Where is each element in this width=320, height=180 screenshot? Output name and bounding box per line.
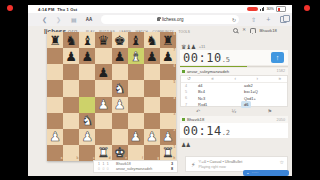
square-b7[interactable]: ♟: [63, 48, 79, 64]
recording-dot-right: [304, 5, 310, 11]
square-c7[interactable]: ♟: [79, 48, 95, 64]
rank-label-1: 1: [174, 146, 176, 149]
rank-label-5: 5: [174, 81, 176, 84]
piece-black-bishop[interactable]: ♝: [130, 34, 142, 47]
banner-text: ·····: [252, 171, 259, 175]
rank-label-2: 2: [174, 129, 176, 132]
square-d4[interactable]: ♟: [95, 97, 111, 113]
move-number: 5: [181, 90, 191, 94]
piece-white-knight[interactable]: ♞: [81, 114, 93, 127]
move-list-card: ↺«‹›» 4d4axb25Bc4bxc1=Q6Nc3Qxd1+7Rxd1d6: [180, 75, 288, 107]
sidebar-icon[interactable]: ▤: [71, 17, 77, 23]
square-h4[interactable]: 4: [160, 97, 176, 113]
square-h2[interactable]: ♟2: [160, 129, 176, 145]
reload-icon[interactable]: ↻: [232, 17, 236, 23]
square-h8[interactable]: ♜8: [160, 32, 176, 48]
material-advantage: +11: [199, 44, 206, 49]
notification-banner[interactable]: ⌄ ·····: [243, 170, 289, 176]
challenges-icon[interactable]: ✕: [242, 28, 246, 33]
rank-label-3: 3: [174, 113, 176, 116]
black-move[interactable]: Qxd1+: [241, 95, 259, 101]
takeback-icon[interactable]: ↶: [196, 109, 200, 114]
square-a4[interactable]: [47, 97, 63, 113]
square-e2[interactable]: [112, 129, 128, 145]
black-move[interactable]: d6: [241, 101, 251, 107]
battery-percent: 30%: [266, 7, 274, 11]
square-b1[interactable]: b: [63, 145, 79, 161]
result-cell: 1: [98, 162, 100, 166]
nav-item-tools[interactable]: TOOLS: [178, 30, 190, 34]
status-time: 4:14 PM: [38, 7, 55, 12]
piece-black-bishop[interactable]: ♝: [81, 34, 93, 47]
game-info-line2: Playing right now: [199, 165, 243, 169]
online-dot: [182, 70, 185, 73]
white-move[interactable]: Nc3: [195, 95, 208, 101]
result-cell: 0: [107, 167, 109, 171]
square-e3[interactable]: [112, 113, 128, 129]
player-clock: 00:14 2: [180, 123, 288, 138]
file-label-a: a: [61, 157, 63, 160]
square-h1[interactable]: ♜1h: [160, 145, 176, 161]
flip-icon[interactable]: ↺: [187, 77, 191, 82]
square-b6[interactable]: [63, 64, 79, 80]
piece-black-knight[interactable]: ♞: [65, 34, 77, 47]
piece-white-pawn[interactable]: ♟: [130, 130, 142, 143]
tabs-icon[interactable]: [280, 16, 287, 23]
square-d3[interactable]: [95, 113, 111, 129]
piece-white-pawn[interactable]: ♟: [98, 98, 110, 111]
square-f4[interactable]: [128, 97, 144, 113]
square-b2[interactable]: [63, 129, 79, 145]
square-e1[interactable]: ♚e: [112, 145, 128, 161]
player-clock-tenths: 2: [222, 129, 230, 137]
result-cell: 0: [98, 167, 100, 171]
first-move-icon[interactable]: «: [211, 77, 214, 82]
square-d6[interactable]: ♟: [95, 64, 111, 80]
player-name[interactable]: Bhavik18: [187, 117, 204, 122]
square-g8[interactable]: ♞: [144, 32, 160, 48]
move-row-7: 7Rxd1d6: [181, 101, 287, 107]
square-d8[interactable]: ♛: [95, 32, 111, 48]
move-row-6: 6Nc3Qxd1+: [181, 95, 287, 101]
square-e8[interactable]: ♚: [112, 32, 128, 48]
player-row: Bhavik18 2050: [180, 116, 288, 123]
chess-board[interactable]: ♜♞♝♛♚♝♞♜8♟♟♟♝♟♟7♟6♞5♟♟4♞3♟♟♟♟♟2abc♜d♚efg…: [47, 32, 176, 161]
piece-black-king[interactable]: ♚: [114, 34, 126, 47]
screen-recording-indicator[interactable]: [247, 7, 258, 12]
square-c3[interactable]: ♞: [79, 113, 95, 129]
square-d5[interactable]: [95, 80, 111, 96]
square-f1[interactable]: f: [128, 145, 144, 161]
square-b3[interactable]: [63, 113, 79, 129]
crosstable-score: 3: [171, 162, 173, 166]
square-a6[interactable]: [47, 64, 63, 80]
square-c6[interactable]: [79, 64, 95, 80]
crosstable-results: 111: [98, 162, 116, 166]
square-a5[interactable]: [47, 80, 63, 96]
square-g1[interactable]: g: [144, 145, 160, 161]
piece-black-queen[interactable]: ♛: [98, 34, 110, 47]
square-h5[interactable]: 5: [160, 80, 176, 96]
square-h7[interactable]: ♟7: [160, 48, 176, 64]
square-f5[interactable]: [128, 80, 144, 96]
clock-settings-button[interactable]: ↑: [271, 52, 284, 63]
rank-label-4: 4: [174, 97, 176, 100]
player-clock-main: 00:14: [183, 124, 222, 138]
opponent-name[interactable]: anvar_suleymanzadeh: [187, 69, 229, 74]
square-e7[interactable]: ♟: [112, 48, 128, 64]
square-f7[interactable]: ♝: [128, 48, 144, 64]
move-number: 7: [181, 103, 191, 107]
square-b5[interactable]: [63, 80, 79, 96]
crosstable-player-name[interactable]: anvar_suleymanzadeh: [116, 167, 152, 171]
forward-icon[interactable]: ❯: [56, 17, 61, 23]
piece-white-pawn[interactable]: ♟: [49, 130, 61, 143]
notifications-bell-icon[interactable]: [250, 28, 256, 32]
square-b8[interactable]: ♞: [63, 32, 79, 48]
square-g3[interactable]: [144, 113, 160, 129]
move-row-5: 5Bc4bxc1=Q: [181, 89, 287, 95]
piece-black-pawn[interactable]: ♟: [162, 50, 174, 63]
square-f8[interactable]: ♝: [128, 32, 144, 48]
rank-label-6: 6: [174, 65, 176, 68]
square-g5[interactable]: [144, 80, 160, 96]
piece-white-pawn[interactable]: ♟: [81, 130, 93, 143]
square-c1[interactable]: c: [79, 145, 95, 161]
player-rating: 2050: [277, 118, 285, 122]
square-b4[interactable]: [63, 97, 79, 113]
back-icon[interactable]: ❮: [42, 17, 47, 23]
up-arrow-icon: ↑: [276, 54, 280, 61]
move-row-4: 4d4axb2: [181, 83, 287, 89]
chevron-down-icon: ⌄: [246, 171, 250, 176]
opponent-clock-main: 00:10: [183, 51, 222, 65]
square-f3[interactable]: [128, 113, 144, 129]
piece-black-pawn[interactable]: ♟: [81, 50, 93, 63]
prev-move-icon[interactable]: ‹: [234, 77, 236, 82]
ios-status-bar: 4:14 PM Thu 1 Oct 30%: [28, 5, 292, 13]
opponent-row: anvar_suleymanzadeh 1582: [180, 68, 288, 75]
rank-label-8: 8: [174, 33, 176, 36]
opponent-rating: 1582: [277, 69, 285, 73]
square-a1[interactable]: a: [47, 145, 63, 161]
address-text: lichess.org: [162, 17, 184, 22]
result-cell: 1: [107, 162, 109, 166]
piece-black-pawn[interactable]: ♟: [98, 66, 110, 79]
white-move[interactable]: d4: [195, 83, 205, 89]
piece-black-knight[interactable]: ♞: [146, 34, 158, 47]
screen: 4:14 PM Thu 1 Oct 30% ❮ ❯ ▤ AA lichess.o…: [0, 0, 320, 180]
reader-aa-button[interactable]: AA: [86, 17, 93, 22]
square-d2[interactable]: [95, 129, 111, 145]
square-f2[interactable]: ♟: [128, 129, 144, 145]
black-move[interactable]: bxc1=Q: [241, 89, 261, 95]
piece-white-rook[interactable]: ♜: [98, 146, 110, 159]
piece-black-pawn[interactable]: ♟: [65, 50, 77, 63]
address-bar[interactable]: lichess.org ↻: [101, 15, 239, 24]
safari-toolbar: ❮ ❯ ▤ AA lichess.org ↻ ⇧ +: [28, 13, 292, 27]
piece-white-pawn[interactable]: ♟: [146, 130, 158, 143]
piece-black-rook[interactable]: ♜: [162, 34, 174, 47]
square-g7[interactable]: ♟: [144, 48, 160, 64]
lock-icon: [157, 18, 160, 20]
square-c4[interactable]: [79, 97, 95, 113]
move-number: 4: [181, 84, 191, 88]
online-dot: [182, 118, 185, 121]
square-e5[interactable]: ♞: [112, 80, 128, 96]
piece-white-rook[interactable]: ♜: [162, 146, 174, 159]
piece-black-pawn[interactable]: ♟: [146, 50, 158, 63]
square-a3[interactable]: [47, 113, 63, 129]
crosstable-row[interactable]: 000anvar_suleymanzadeh8: [94, 167, 177, 172]
signal-icon: [260, 7, 264, 11]
status-date: Thu 1 Oct: [57, 7, 77, 12]
result-cell: 0: [102, 167, 104, 171]
status-time-date: 4:14 PM Thu 1 Oct: [38, 7, 77, 12]
crosstable-results: 000: [98, 167, 116, 171]
battery-icon: [276, 6, 286, 12]
square-a2[interactable]: ♟: [47, 129, 63, 145]
square-a8[interactable]: ♜: [47, 32, 63, 48]
crosstable-score: 8: [171, 167, 173, 171]
file-label-b: b: [77, 157, 79, 160]
piece-black-rook[interactable]: ♜: [49, 34, 61, 47]
piece-white-king[interactable]: ♚: [114, 146, 126, 159]
ultrabullet-bolt-icon: ⚡: [191, 161, 196, 171]
piece-white-bishop[interactable]: ♝: [130, 50, 142, 63]
square-g2[interactable]: ♟: [144, 129, 160, 145]
crosstable-row[interactable]: 111Bhavik183: [94, 161, 177, 166]
opponent-clock-tenths: 5: [222, 56, 230, 64]
crosstable[interactable]: 111Bhavik183000anvar_suleymanzadeh8: [93, 160, 178, 173]
square-e6[interactable]: [112, 64, 128, 80]
search-icon[interactable]: [233, 28, 238, 33]
white-move[interactable]: Bc4: [195, 89, 208, 95]
resign-flag-icon[interactable]: ⚑: [268, 109, 272, 114]
square-d7[interactable]: [95, 48, 111, 64]
share-icon[interactable]: ⇧: [251, 17, 256, 23]
header-username[interactable]: Bhavik18: [260, 28, 277, 33]
draw-offer-icon[interactable]: ½: [231, 109, 236, 114]
square-g6[interactable]: [144, 64, 160, 80]
piece-white-pawn[interactable]: ♟: [114, 98, 126, 111]
game-action-buttons: ↶ ½ ⚑: [196, 108, 272, 115]
piece-black-pawn[interactable]: ♟: [114, 50, 126, 63]
square-d1[interactable]: ♜d: [95, 145, 111, 161]
square-a7[interactable]: [47, 48, 63, 64]
square-c2[interactable]: ♟: [79, 129, 95, 145]
square-c8[interactable]: ♝: [79, 32, 95, 48]
square-c5[interactable]: [79, 80, 95, 96]
square-e4[interactable]: ♟: [112, 97, 128, 113]
black-move[interactable]: axb2: [241, 83, 256, 89]
white-move[interactable]: Rxd1: [195, 101, 210, 107]
square-g4[interactable]: [144, 97, 160, 113]
square-h3[interactable]: 3: [160, 113, 176, 129]
rank-label-7: 7: [174, 49, 176, 52]
game-info-line1: ¼+0 • Casual • UltraBullet: [199, 160, 243, 164]
piece-white-knight[interactable]: ♞: [114, 82, 126, 95]
result-cell: 1: [102, 162, 104, 166]
opponent-captured-pieces: ♛♝♟: [181, 43, 196, 50]
square-h6[interactable]: 6: [160, 64, 176, 80]
new-tab-icon[interactable]: +: [266, 16, 270, 23]
square-f6[interactable]: [128, 64, 144, 80]
recording-dot-left: [7, 5, 13, 11]
crosstable-player-name[interactable]: Bhavik18: [116, 162, 131, 166]
player-captured-pieces: ♟♟: [181, 141, 190, 148]
last-move-icon[interactable]: »: [278, 77, 281, 82]
next-move-icon[interactable]: ›: [256, 77, 258, 82]
piece-white-pawn[interactable]: ♟: [162, 130, 174, 143]
move-number: 6: [181, 96, 191, 100]
